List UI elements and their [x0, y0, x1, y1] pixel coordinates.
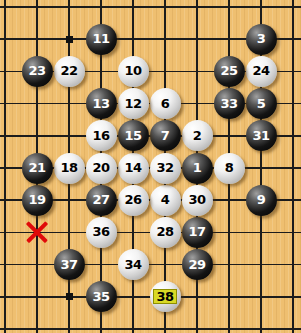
stone-black-move-9: 9 — [246, 185, 277, 216]
stone-black-move-1: 1 — [182, 153, 213, 184]
stone-white-move-12: 12 — [118, 88, 149, 119]
stone-black-move-7: 7 — [150, 120, 181, 151]
move-number-label: 17 — [188, 225, 205, 239]
move-number-label: 33 — [220, 97, 237, 111]
stone-white-move-10: 10 — [118, 56, 149, 87]
move-number-label: 1 — [193, 161, 202, 175]
stone-white-move-32: 32 — [150, 153, 181, 184]
move-number-label: 12 — [124, 97, 141, 111]
stone-white-move-22: 22 — [54, 56, 85, 87]
move-number-label: 19 — [28, 193, 45, 207]
move-number-label: 28 — [156, 225, 173, 239]
stone-black-move-11: 11 — [86, 24, 117, 55]
stone-black-move-33: 33 — [214, 88, 245, 119]
move-number-label: 11 — [92, 32, 109, 46]
move-number-label: 13 — [92, 97, 109, 111]
move-number-label: 14 — [124, 161, 141, 175]
move-number-label: 25 — [220, 64, 237, 78]
grid-line-horizontal — [0, 6, 301, 8]
move-number-label: 30 — [188, 193, 205, 207]
move-number-label: 8 — [225, 161, 234, 175]
stone-white-move-36: 36 — [86, 217, 117, 248]
stone-white-move-30: 30 — [182, 185, 213, 216]
move-number-label: 7 — [161, 129, 170, 143]
stone-white-move-4: 4 — [150, 185, 181, 216]
move-number-label: 29 — [188, 258, 205, 272]
move-number-label: 21 — [28, 161, 45, 175]
stone-black-move-35: 35 — [86, 281, 117, 312]
stone-white-move-2: 2 — [182, 120, 213, 151]
move-number-label: 9 — [257, 193, 266, 207]
move-number-label: 31 — [252, 129, 269, 143]
stone-black-move-3: 3 — [246, 24, 277, 55]
stone-white-move-6: 6 — [150, 88, 181, 119]
stone-black-move-23: 23 — [22, 56, 53, 87]
move-number-label: 15 — [124, 129, 141, 143]
stone-white-move-16: 16 — [86, 120, 117, 151]
move-number-label: 10 — [124, 64, 141, 78]
stone-black-move-15: 15 — [118, 120, 149, 151]
move-number-label: 22 — [60, 64, 77, 78]
move-number-label: 23 — [28, 64, 45, 78]
star-point — [66, 293, 73, 300]
stone-white-move-28: 28 — [150, 217, 181, 248]
stone-black-move-19: 19 — [22, 185, 53, 216]
stone-white-move-34: 34 — [118, 249, 149, 280]
move-number-label: 34 — [124, 258, 141, 272]
move-number-label: 2 — [193, 129, 202, 143]
move-number-label: 32 — [156, 161, 173, 175]
move-number-label-highlighted: 38 — [153, 289, 176, 304]
stone-black-move-31: 31 — [246, 120, 277, 151]
stone-black-move-25: 25 — [214, 56, 245, 87]
stone-black-move-5: 5 — [246, 88, 277, 119]
star-point — [66, 36, 73, 43]
stone-black-move-29: 29 — [182, 249, 213, 280]
stone-white-move-38: 38 — [150, 281, 181, 312]
move-number-label: 37 — [60, 258, 77, 272]
stone-white-move-26: 26 — [118, 185, 149, 216]
stone-white-move-8: 8 — [214, 153, 245, 184]
gomoku-board[interactable]: 1234567891011121314151617181920212223242… — [0, 0, 301, 333]
move-number-label: 4 — [161, 193, 170, 207]
stone-black-move-21: 21 — [22, 153, 53, 184]
move-number-label: 20 — [92, 161, 109, 175]
stone-black-move-37: 37 — [54, 249, 85, 280]
stone-white-move-20: 20 — [86, 153, 117, 184]
stone-black-move-17: 17 — [182, 217, 213, 248]
move-number-label: 18 — [60, 161, 77, 175]
grid-line-horizontal — [0, 328, 301, 330]
stone-white-move-24: 24 — [246, 56, 277, 87]
move-number-label: 5 — [257, 97, 266, 111]
move-number-label: 24 — [252, 64, 269, 78]
x-marker — [24, 219, 50, 245]
move-number-label: 6 — [161, 97, 170, 111]
stone-black-move-27: 27 — [86, 185, 117, 216]
grid-line-horizontal — [0, 264, 301, 266]
move-number-label: 16 — [92, 129, 109, 143]
stone-white-move-18: 18 — [54, 153, 85, 184]
stone-white-move-14: 14 — [118, 153, 149, 184]
move-number-label: 35 — [92, 290, 109, 304]
move-number-label: 3 — [257, 32, 266, 46]
move-number-label: 26 — [124, 193, 141, 207]
move-number-label: 27 — [92, 193, 109, 207]
stone-black-move-13: 13 — [86, 88, 117, 119]
move-number-label: 36 — [92, 225, 109, 239]
